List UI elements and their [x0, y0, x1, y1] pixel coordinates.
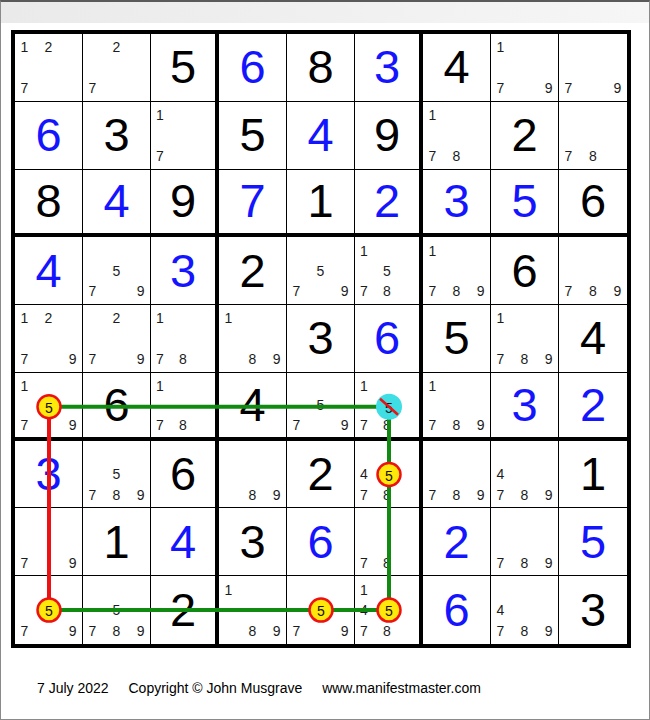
cell-value: 3	[580, 586, 606, 633]
pencil-mark-8: 8	[383, 284, 391, 298]
cell-r2c6[interactable]: 9	[355, 102, 423, 170]
cell-r6c7[interactable]: 1789	[423, 373, 491, 441]
cell-value: 3	[374, 43, 400, 90]
pencil-mark-9: 9	[69, 556, 77, 570]
cell-r2c9[interactable]: 78	[559, 102, 627, 170]
pencil-mark-5: 5	[45, 603, 53, 617]
cell-r5c6[interactable]: 6	[355, 305, 423, 373]
cell-value: 4	[239, 380, 265, 427]
pencil-mark-7: 7	[428, 488, 436, 502]
pencil-mark-5: 5	[45, 398, 53, 412]
cell-r5c9[interactable]: 4	[559, 305, 627, 373]
pencil-mark-4: 4	[360, 467, 368, 481]
cell-value: 3	[511, 380, 537, 427]
pencil-mark-7: 7	[20, 81, 28, 95]
cell-r7c4[interactable]: 89	[219, 441, 287, 509]
cell-r9c7[interactable]: 6	[423, 576, 491, 644]
pencil-mark-9: 9	[69, 418, 77, 432]
cell-r9c8[interactable]: 4789	[491, 576, 559, 644]
pencil-mark-8: 8	[589, 149, 597, 163]
cell-r2c8[interactable]: 2	[491, 102, 559, 170]
cell-r1c6[interactable]: 3	[355, 34, 423, 102]
pencil-mark-1: 1	[360, 244, 368, 258]
cell-r4c6[interactable]: 1578	[355, 237, 423, 305]
cell-value: 7	[239, 177, 265, 224]
pencil-mark-8: 8	[383, 488, 391, 502]
cell-value: 4	[35, 246, 61, 293]
pencil-mark-5: 5	[113, 603, 121, 617]
pencil-mark-9: 9	[273, 352, 281, 366]
cell-value: 6	[239, 43, 265, 90]
pencil-mark-9: 9	[545, 488, 553, 502]
window-titlebar	[1, 2, 649, 23]
cell-value: 4	[307, 111, 333, 158]
cell-r5c7[interactable]: 5	[423, 305, 491, 373]
pencil-mark-7: 7	[292, 284, 300, 298]
pencil-mark-8: 8	[453, 284, 461, 298]
cell-value: 6	[443, 586, 469, 633]
pencil-mark-1: 1	[496, 40, 504, 54]
footer-copyright: Copyright © John Musgrave	[129, 680, 303, 696]
pencil-mark-4: 4	[360, 603, 368, 617]
pencil-mark-9: 9	[273, 488, 281, 502]
pencil-mark-1: 1	[156, 379, 164, 393]
pencil-mark-8: 8	[589, 284, 597, 298]
cell-r3c3[interactable]: 9	[151, 170, 219, 238]
cell-r3c6[interactable]: 2	[355, 170, 423, 238]
cell-r5c4[interactable]: 189	[219, 305, 287, 373]
pencil-mark-7: 7	[20, 624, 28, 638]
pencil-mark-1: 1	[496, 311, 504, 325]
sudoku-board: 1272756834179796317549178278849712356457…	[11, 30, 631, 648]
pencil-mark-5: 5	[317, 264, 325, 278]
pencil-mark-7: 7	[360, 418, 368, 432]
cell-r6c9[interactable]: 2	[559, 373, 627, 441]
cell-r5c2[interactable]: 279	[83, 305, 151, 373]
cell-value: 9	[170, 177, 196, 224]
cell-r4c2[interactable]: 579	[83, 237, 151, 305]
cell-r6c5[interactable]: 579	[287, 373, 355, 441]
pencil-mark-1: 1	[428, 108, 436, 122]
cell-r7c5[interactable]: 2	[287, 441, 355, 509]
pencil-mark-7: 7	[156, 352, 164, 366]
pencil-mark-8: 8	[383, 556, 391, 570]
cell-value: 1	[103, 517, 129, 564]
cell-value: 5	[511, 177, 537, 224]
cell-value: 4	[170, 517, 196, 564]
pencil-mark-7: 7	[496, 624, 504, 638]
pencil-mark-7: 7	[292, 624, 300, 638]
pencil-mark-7: 7	[360, 488, 368, 502]
cell-value: 1	[307, 177, 333, 224]
cell-r9c4[interactable]: 189	[219, 576, 287, 644]
cell-value: 3	[239, 517, 265, 564]
pencil-mark-7: 7	[88, 81, 96, 95]
pencil-mark-9: 9	[477, 488, 485, 502]
cell-r8c1[interactable]: 79	[15, 508, 83, 576]
pencil-mark-7: 7	[496, 352, 504, 366]
cell-value: 2	[511, 111, 537, 158]
pencil-mark-5: 5	[317, 398, 325, 412]
cell-r7c3[interactable]: 6	[151, 441, 219, 509]
cell-r1c3[interactable]: 5	[151, 34, 219, 102]
cell-r4c5[interactable]: 579	[287, 237, 355, 305]
cell-r8c4[interactable]: 3	[219, 508, 287, 576]
cell-value: 9	[374, 111, 400, 158]
pencil-mark-8: 8	[249, 488, 257, 502]
cell-r5c5[interactable]: 3	[287, 305, 355, 373]
cell-value: 2	[307, 450, 333, 497]
cell-value: 4	[443, 43, 469, 90]
pencil-mark-7: 7	[20, 556, 28, 570]
pencil-mark-9: 9	[614, 81, 622, 95]
cell-r1c9[interactable]: 79	[559, 34, 627, 102]
cell-value: 3	[170, 246, 196, 293]
cell-r2c2[interactable]: 3	[83, 102, 151, 170]
pencil-mark-9: 9	[545, 556, 553, 570]
pencil-mark-7: 7	[565, 81, 573, 95]
pencil-mark-4: 4	[496, 467, 504, 481]
cell-r1c5[interactable]: 8	[287, 34, 355, 102]
footer-website: www.manifestmaster.com	[322, 680, 481, 696]
cell-r1c1[interactable]: 127	[15, 34, 83, 102]
cell-value: 5	[239, 111, 265, 158]
pencil-mark-8: 8	[453, 418, 461, 432]
cell-r7c8[interactable]: 4789	[491, 441, 559, 509]
cell-r8c6[interactable]: 78	[355, 508, 423, 576]
pencil-mark-1: 1	[360, 583, 368, 597]
pencil-mark-5: 5	[113, 264, 121, 278]
cell-r9c2[interactable]: 5789	[83, 576, 151, 644]
pencil-mark-9: 9	[137, 284, 145, 298]
pencil-mark-9: 9	[477, 418, 485, 432]
pencil-mark-8: 8	[521, 488, 529, 502]
cell-value: 6	[307, 517, 333, 564]
cell-value: 2	[443, 517, 469, 564]
cell-r1c8[interactable]: 179	[491, 34, 559, 102]
cell-value: 2	[374, 177, 400, 224]
cell-value: 6	[170, 450, 196, 497]
cell-value: 6	[35, 111, 61, 158]
pencil-mark-9: 9	[341, 418, 349, 432]
pencil-mark-2: 2	[45, 311, 53, 325]
cell-value: 3	[103, 111, 129, 158]
pencil-mark-7: 7	[156, 149, 164, 163]
cell-r8c3[interactable]: 4	[151, 508, 219, 576]
cell-r8c8[interactable]: 789	[491, 508, 559, 576]
cell-r1c7[interactable]: 4	[423, 34, 491, 102]
cell-r9c1[interactable]: 579	[15, 576, 83, 644]
pencil-mark-7: 7	[20, 352, 28, 366]
pencil-mark-1: 1	[224, 583, 232, 597]
cell-value: 6	[374, 314, 400, 361]
cell-value: 3	[35, 450, 61, 497]
pencil-mark-7: 7	[360, 284, 368, 298]
pencil-mark-7: 7	[360, 624, 368, 638]
cell-r6c3[interactable]: 178	[151, 373, 219, 441]
cell-value: 2	[239, 246, 265, 293]
cell-r5c3[interactable]: 178	[151, 305, 219, 373]
cell-r3c1[interactable]: 8	[15, 170, 83, 238]
pencil-mark-8: 8	[113, 488, 121, 502]
cell-value: 2	[580, 380, 606, 427]
cell-value: 4	[103, 177, 129, 224]
cell-r9c5[interactable]: 579	[287, 576, 355, 644]
pencil-mark-8: 8	[453, 488, 461, 502]
pencil-mark-7: 7	[88, 284, 96, 298]
pencil-mark-7: 7	[292, 418, 300, 432]
pencil-mark-9: 9	[137, 352, 145, 366]
cell-value: 6	[511, 246, 537, 293]
cell-r4c3[interactable]: 3	[151, 237, 219, 305]
pencil-mark-1: 1	[20, 379, 28, 393]
cell-r4c9[interactable]: 789	[559, 237, 627, 305]
cell-value: 3	[443, 177, 469, 224]
pencil-mark-7: 7	[496, 81, 504, 95]
pencil-mark-7: 7	[156, 418, 164, 432]
pencil-mark-9: 9	[341, 284, 349, 298]
pencil-mark-8: 8	[521, 556, 529, 570]
pencil-mark-1: 1	[156, 311, 164, 325]
cell-r5c8[interactable]: 1789	[491, 305, 559, 373]
cell-r4c8[interactable]: 6	[491, 237, 559, 305]
pencil-mark-9: 9	[273, 624, 281, 638]
cell-r7c7[interactable]: 789	[423, 441, 491, 509]
cell-r2c3[interactable]: 17	[151, 102, 219, 170]
cell-r3c7[interactable]: 3	[423, 170, 491, 238]
cell-value: 8	[307, 43, 333, 90]
cell-r6c8[interactable]: 3	[491, 373, 559, 441]
cell-r3c2[interactable]: 4	[83, 170, 151, 238]
cell-r7c6[interactable]: 4578	[355, 441, 423, 509]
pencil-mark-5: 5	[317, 603, 325, 617]
pencil-mark-9: 9	[545, 624, 553, 638]
cell-r2c5[interactable]: 4	[287, 102, 355, 170]
cell-r6c1[interactable]: 1579	[15, 373, 83, 441]
cell-r3c5[interactable]: 1	[287, 170, 355, 238]
cell-value: 3	[307, 314, 333, 361]
pencil-mark-8: 8	[383, 624, 391, 638]
pencil-mark-4: 4	[496, 603, 504, 617]
pencil-mark-9: 9	[137, 624, 145, 638]
cell-r8c9[interactable]: 5	[559, 508, 627, 576]
pencil-mark-1: 1	[360, 379, 368, 393]
pencil-mark-9: 9	[341, 624, 349, 638]
cell-r9c9[interactable]: 3	[559, 576, 627, 644]
pencil-mark-8: 8	[521, 352, 529, 366]
pencil-mark-7: 7	[20, 418, 28, 432]
pencil-mark-8: 8	[179, 352, 187, 366]
pencil-mark-1: 1	[224, 311, 232, 325]
pencil-mark-9: 9	[614, 284, 622, 298]
pencil-mark-7: 7	[428, 284, 436, 298]
cell-r1c4[interactable]: 6	[219, 34, 287, 102]
cell-r9c6[interactable]: 14578	[355, 576, 423, 644]
pencil-mark-8: 8	[249, 624, 257, 638]
pencil-mark-8: 8	[249, 352, 257, 366]
cell-r6c4[interactable]: 4	[219, 373, 287, 441]
cell-r3c9[interactable]: 6	[559, 170, 627, 238]
cell-value: 4	[580, 314, 606, 361]
pencil-mark-1: 1	[428, 379, 436, 393]
pencil-mark-8: 8	[521, 624, 529, 638]
pencil-mark-2: 2	[113, 40, 121, 54]
pencil-mark-1: 1	[20, 40, 28, 54]
cell-r9c3[interactable]: 2	[151, 576, 219, 644]
cell-r3c4[interactable]: 7	[219, 170, 287, 238]
cell-r4c1[interactable]: 4	[15, 237, 83, 305]
puzzle-page: 1272756834179796317549178278849712356457…	[0, 0, 650, 720]
pencil-mark-7: 7	[565, 149, 573, 163]
pencil-mark-2: 2	[45, 40, 53, 54]
cell-r2c7[interactable]: 178	[423, 102, 491, 170]
cell-value: 5	[580, 517, 606, 564]
pencil-mark-5: 5	[383, 467, 391, 481]
pencil-mark-5: 5	[113, 467, 121, 481]
cell-value: 1	[580, 450, 606, 497]
cell-r3c8[interactable]: 5	[491, 170, 559, 238]
cell-r2c4[interactable]: 5	[219, 102, 287, 170]
cell-value: 2	[170, 586, 196, 633]
cell-r7c9[interactable]: 1	[559, 441, 627, 509]
pencil-mark-1: 1	[428, 244, 436, 258]
pencil-mark-7: 7	[496, 488, 504, 502]
cell-r7c1[interactable]: 3	[15, 441, 83, 509]
pencil-mark-8: 8	[113, 624, 121, 638]
pencil-mark-7: 7	[88, 624, 96, 638]
cell-r4c4[interactable]: 2	[219, 237, 287, 305]
cell-r8c2[interactable]: 1	[83, 508, 151, 576]
cell-value: 6	[103, 380, 129, 427]
pencil-mark-8: 8	[179, 418, 187, 432]
pencil-mark-9: 9	[545, 81, 553, 95]
pencil-mark-7: 7	[360, 556, 368, 570]
pencil-mark-9: 9	[69, 624, 77, 638]
cell-r6c6[interactable]: 1578	[355, 373, 423, 441]
cell-value: 5	[443, 314, 469, 361]
cell-r5c1[interactable]: 1279	[15, 305, 83, 373]
cell-r7c2[interactable]: 5789	[83, 441, 151, 509]
cell-value: 5	[170, 43, 196, 90]
pencil-mark-7: 7	[565, 284, 573, 298]
pencil-mark-1: 1	[20, 311, 28, 325]
cell-r8c7[interactable]: 2	[423, 508, 491, 576]
pencil-mark-8: 8	[453, 149, 461, 163]
pencil-mark-9: 9	[69, 352, 77, 366]
pencil-mark-7: 7	[88, 488, 96, 502]
cell-r2c1[interactable]: 6	[15, 102, 83, 170]
pencil-mark-5: 5	[383, 264, 391, 278]
pencil-mark-5: 5	[383, 398, 391, 412]
pencil-mark-9: 9	[137, 488, 145, 502]
pencil-mark-1: 1	[156, 108, 164, 122]
cell-value: 8	[35, 177, 61, 224]
pencil-mark-7: 7	[428, 149, 436, 163]
cell-r8c5[interactable]: 6	[287, 508, 355, 576]
pencil-mark-7: 7	[428, 418, 436, 432]
pencil-mark-8: 8	[383, 418, 391, 432]
cell-r4c7[interactable]: 1789	[423, 237, 491, 305]
pencil-mark-2: 2	[113, 311, 121, 325]
cell-r6c2[interactable]: 6	[83, 373, 151, 441]
pencil-mark-7: 7	[496, 556, 504, 570]
pencil-mark-5: 5	[383, 603, 391, 617]
cell-r1c2[interactable]: 27	[83, 34, 151, 102]
footer: 7 July 2022 Copyright © John Musgrave ww…	[37, 680, 497, 696]
pencil-mark-9: 9	[477, 284, 485, 298]
pencil-mark-9: 9	[545, 352, 553, 366]
cell-value: 6	[580, 177, 606, 224]
pencil-mark-7: 7	[88, 352, 96, 366]
footer-date: 7 July 2022	[37, 680, 109, 696]
